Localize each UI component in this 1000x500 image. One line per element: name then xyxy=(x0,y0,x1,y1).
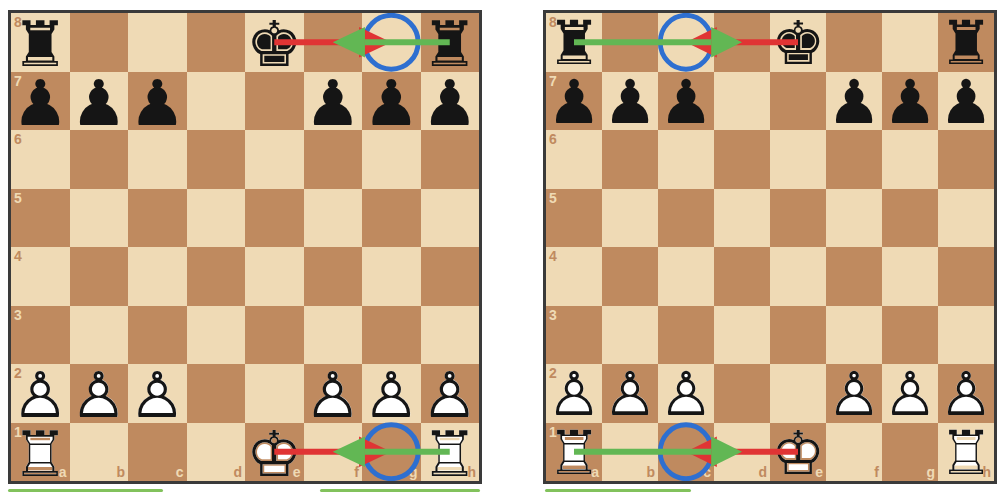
square-h7: ♟ xyxy=(938,72,994,131)
square-h8: ♜ xyxy=(421,13,480,72)
square-c4 xyxy=(658,247,714,306)
square-e3 xyxy=(245,306,304,365)
square-g6 xyxy=(882,130,938,189)
black-pawn-h7: ♟ xyxy=(421,72,480,131)
square-f7: ♟ xyxy=(826,72,882,131)
square-e5 xyxy=(245,189,304,248)
square-h1: h♜♖ xyxy=(421,423,480,482)
square-b8 xyxy=(70,13,129,72)
square-b5 xyxy=(70,189,129,248)
square-b4 xyxy=(602,247,658,306)
square-f2: ♟♙ xyxy=(826,364,882,423)
square-d3 xyxy=(187,306,246,365)
square-f7: ♟ xyxy=(304,72,363,131)
square-a4: 4 xyxy=(11,247,70,306)
square-a1: 1a♜♖ xyxy=(11,423,70,482)
black-pawn-g7: ♟ xyxy=(362,72,421,131)
square-a7: 7♟ xyxy=(546,72,602,131)
square-c7: ♟ xyxy=(128,72,187,131)
square-e7 xyxy=(770,72,826,131)
file-label-b: b xyxy=(116,465,125,479)
square-d7 xyxy=(187,72,246,131)
white-pawn-a2: ♟♙ xyxy=(546,364,602,423)
square-g3 xyxy=(362,306,421,365)
black-pawn-h7: ♟ xyxy=(938,72,994,131)
square-b4 xyxy=(70,247,129,306)
file-label-b: b xyxy=(646,465,655,479)
square-c6 xyxy=(658,130,714,189)
square-e8: ♚ xyxy=(770,13,826,72)
square-e6 xyxy=(245,130,304,189)
square-h1: h♜♖ xyxy=(938,423,994,482)
square-e2 xyxy=(245,364,304,423)
square-h5 xyxy=(421,189,480,248)
square-g1: g xyxy=(882,423,938,482)
square-d4 xyxy=(714,247,770,306)
square-a2: 2♟♙ xyxy=(546,364,602,423)
square-c1: c xyxy=(658,423,714,482)
square-b7: ♟ xyxy=(70,72,129,131)
square-d1: d xyxy=(714,423,770,482)
square-a4: 4 xyxy=(546,247,602,306)
square-f6 xyxy=(826,130,882,189)
white-rook-a1: ♜♖ xyxy=(546,423,602,482)
white-pawn-g2: ♟♙ xyxy=(882,364,938,423)
square-b8 xyxy=(602,13,658,72)
black-pawn-b7: ♟ xyxy=(70,72,129,131)
square-e6 xyxy=(770,130,826,189)
square-f1: f xyxy=(826,423,882,482)
black-pawn-a7: ♟ xyxy=(546,72,602,131)
square-c8 xyxy=(128,13,187,72)
white-pawn-f2: ♟♙ xyxy=(826,364,882,423)
square-d5 xyxy=(714,189,770,248)
black-rook-h8: ♜ xyxy=(421,13,480,72)
square-d8 xyxy=(187,13,246,72)
square-g3 xyxy=(882,306,938,365)
square-f2: ♟♙ xyxy=(304,364,363,423)
square-c2: ♟♙ xyxy=(128,364,187,423)
black-rook-a8: ♜ xyxy=(546,13,602,72)
square-f8 xyxy=(304,13,363,72)
castling-lesson-page: { "game": "chess", "board_labels": { "fi… xyxy=(0,0,1000,500)
rank-label-5: 5 xyxy=(549,191,557,205)
square-h5 xyxy=(938,189,994,248)
square-a5: 5 xyxy=(11,189,70,248)
square-b2: ♟♙ xyxy=(70,364,129,423)
square-a3: 3 xyxy=(546,306,602,365)
white-pawn-a2: ♟♙ xyxy=(11,364,70,423)
rank-label-4: 4 xyxy=(14,249,22,263)
square-b5 xyxy=(602,189,658,248)
square-f3 xyxy=(826,306,882,365)
square-a2: 2♟♙ xyxy=(11,364,70,423)
black-pawn-f7: ♟ xyxy=(304,72,363,131)
file-label-g: g xyxy=(926,465,935,479)
square-b2: ♟♙ xyxy=(602,364,658,423)
file-label-f: f xyxy=(874,465,879,479)
square-e4 xyxy=(245,247,304,306)
black-pawn-g7: ♟ xyxy=(882,72,938,131)
black-pawn-c7: ♟ xyxy=(128,72,187,131)
square-e1: e♚♔ xyxy=(770,423,826,482)
square-h3 xyxy=(421,306,480,365)
square-c7: ♟ xyxy=(658,72,714,131)
square-a8: 8♜ xyxy=(11,13,70,72)
square-b1: b xyxy=(602,423,658,482)
white-pawn-c2: ♟♙ xyxy=(658,364,714,423)
square-h2: ♟♙ xyxy=(421,364,480,423)
square-a8: 8♜ xyxy=(546,13,602,72)
square-f3 xyxy=(304,306,363,365)
file-label-g: g xyxy=(409,465,418,479)
white-pawn-f2: ♟♙ xyxy=(304,364,363,423)
rank-label-3: 3 xyxy=(549,308,557,322)
black-pawn-f7: ♟ xyxy=(826,72,882,131)
square-c5 xyxy=(128,189,187,248)
square-g5 xyxy=(882,189,938,248)
square-d6 xyxy=(714,130,770,189)
black-pawn-a7: ♟ xyxy=(11,72,70,131)
file-label-f: f xyxy=(354,465,359,479)
square-g7: ♟ xyxy=(362,72,421,131)
square-a6: 6 xyxy=(546,130,602,189)
square-a5: 5 xyxy=(546,189,602,248)
white-pawn-b2: ♟♙ xyxy=(70,364,129,423)
square-a3: 3 xyxy=(11,306,70,365)
black-king-e8: ♚ xyxy=(245,13,304,72)
square-g5 xyxy=(362,189,421,248)
square-g2: ♟♙ xyxy=(362,364,421,423)
square-b7: ♟ xyxy=(602,72,658,131)
square-c2: ♟♙ xyxy=(658,364,714,423)
square-c3 xyxy=(128,306,187,365)
file-label-d: d xyxy=(233,465,242,479)
black-pawn-c7: ♟ xyxy=(658,72,714,131)
square-f5 xyxy=(304,189,363,248)
square-d1: d xyxy=(187,423,246,482)
square-b6 xyxy=(602,130,658,189)
square-c3 xyxy=(658,306,714,365)
black-pawn-b7: ♟ xyxy=(602,72,658,131)
square-g2: ♟♙ xyxy=(882,364,938,423)
square-h7: ♟ xyxy=(421,72,480,131)
square-h3 xyxy=(938,306,994,365)
white-king-e1: ♚♔ xyxy=(245,423,304,482)
square-a7: 7♟ xyxy=(11,72,70,131)
square-c4 xyxy=(128,247,187,306)
white-pawn-b2: ♟♙ xyxy=(602,364,658,423)
square-d6 xyxy=(187,130,246,189)
square-h8: ♜ xyxy=(938,13,994,72)
square-e8: ♚ xyxy=(245,13,304,72)
square-e5 xyxy=(770,189,826,248)
white-pawn-h2: ♟♙ xyxy=(938,364,994,423)
white-pawn-h2: ♟♙ xyxy=(421,364,480,423)
square-g8 xyxy=(362,13,421,72)
rank-label-5: 5 xyxy=(14,191,22,205)
white-rook-h1: ♜♖ xyxy=(938,423,994,482)
square-d2 xyxy=(714,364,770,423)
square-h6 xyxy=(938,130,994,189)
square-d4 xyxy=(187,247,246,306)
square-e4 xyxy=(770,247,826,306)
square-c5 xyxy=(658,189,714,248)
square-g7: ♟ xyxy=(882,72,938,131)
square-d5 xyxy=(187,189,246,248)
square-f4 xyxy=(304,247,363,306)
black-rook-a8: ♜ xyxy=(11,13,70,72)
file-label-c: c xyxy=(176,465,184,479)
white-rook-a1: ♜♖ xyxy=(11,423,70,482)
chess-board-queenside-castling: 8♜♚♜7♟♟♟♟♟♟65432♟♙♟♙♟♙♟♙♟♙♟♙1a♜♖bcde♚♔fg… xyxy=(543,10,997,484)
white-king-e1: ♚♔ xyxy=(770,423,826,482)
file-label-d: d xyxy=(758,465,767,479)
chess-board-kingside-castling: 8♜♚♜7♟♟♟♟♟♟65432♟♙♟♙♟♙♟♙♟♙♟♙1a♜♖bcde♚♔fg… xyxy=(8,10,482,484)
square-b3 xyxy=(70,306,129,365)
square-b3 xyxy=(602,306,658,365)
square-h4 xyxy=(938,247,994,306)
square-h2: ♟♙ xyxy=(938,364,994,423)
square-d3 xyxy=(714,306,770,365)
white-pawn-g2: ♟♙ xyxy=(362,364,421,423)
square-e3 xyxy=(770,306,826,365)
link-underline[interactable] xyxy=(545,489,691,492)
black-rook-h8: ♜ xyxy=(938,13,994,72)
square-e2 xyxy=(770,364,826,423)
square-a1: 1a♜♖ xyxy=(546,423,602,482)
square-d8 xyxy=(714,13,770,72)
black-king-e8: ♚ xyxy=(770,13,826,72)
white-rook-h1: ♜♖ xyxy=(421,423,480,482)
square-g4 xyxy=(882,247,938,306)
square-f8 xyxy=(826,13,882,72)
square-d2 xyxy=(187,364,246,423)
rank-label-4: 4 xyxy=(549,249,557,263)
square-g8 xyxy=(882,13,938,72)
square-d7 xyxy=(714,72,770,131)
white-pawn-c2: ♟♙ xyxy=(128,364,187,423)
square-f5 xyxy=(826,189,882,248)
square-f4 xyxy=(826,247,882,306)
square-e1: e♚♔ xyxy=(245,423,304,482)
square-h4 xyxy=(421,247,480,306)
rank-label-3: 3 xyxy=(14,308,22,322)
square-g4 xyxy=(362,247,421,306)
square-c8 xyxy=(658,13,714,72)
file-label-c: c xyxy=(703,465,711,479)
